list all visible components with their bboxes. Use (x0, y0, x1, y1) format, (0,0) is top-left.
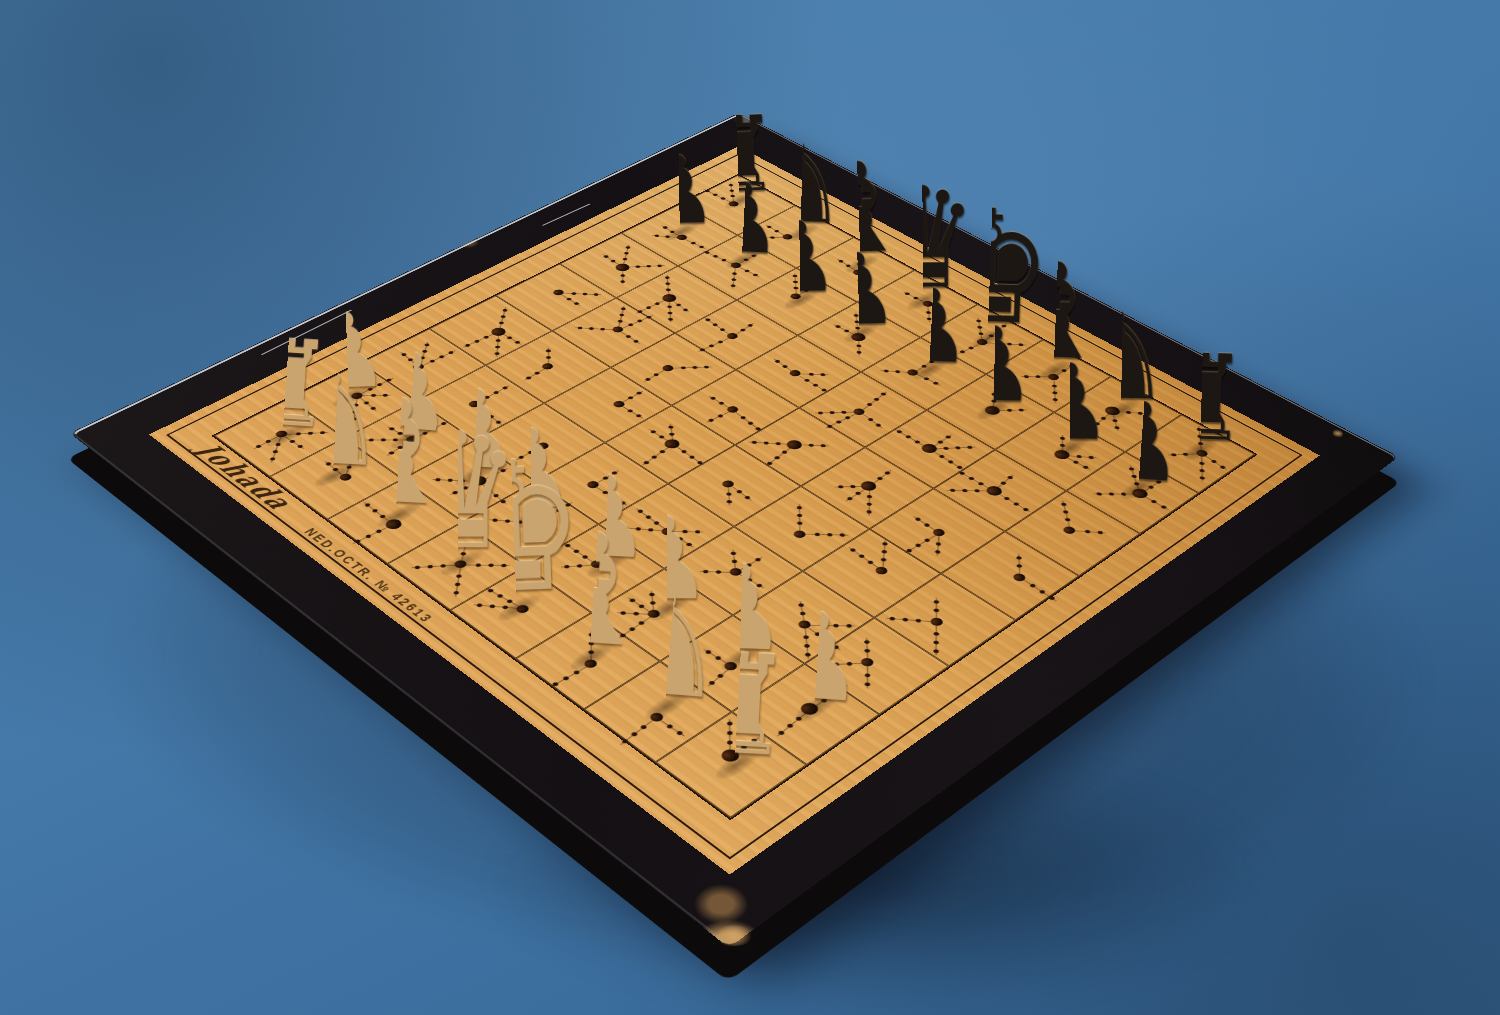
hole-dot (752, 441, 757, 444)
hole-pattern-arm (993, 410, 1026, 411)
hole-dot (860, 291, 865, 294)
hole-dot (675, 303, 682, 307)
hole-dot (1006, 409, 1012, 412)
piece-glyph-holder: ♞ (332, 358, 338, 480)
hole-dot (573, 302, 580, 306)
hole-dot (627, 409, 634, 413)
hole-pattern-arm (992, 391, 994, 410)
hole-dot (1007, 342, 1012, 345)
hole-dot (668, 426, 673, 429)
hole-dot (708, 418, 715, 422)
piece-glyph-holder: ♚ (510, 444, 516, 614)
hole-dot (645, 378, 652, 382)
black-pawn-icon: ♟ (1028, 353, 1111, 453)
hole-dot (666, 282, 671, 285)
hole-dot (654, 234, 659, 237)
hole-dot (776, 442, 781, 445)
black-pawn-icon: ♟ (1097, 389, 1188, 496)
piece-glyph-holder: ♜ (735, 639, 742, 770)
hole-dot (525, 376, 532, 380)
hole-dot (636, 265, 641, 268)
hole-dot (976, 319, 981, 322)
hole-dot (578, 326, 583, 329)
piece-glyph-holder: ♟ (741, 174, 746, 264)
hole-dot (829, 411, 834, 414)
hole-dot (895, 370, 900, 373)
hole-dot (793, 281, 798, 284)
board-tilt-wrapper: Johada NED.OCTR. № 42613 ♜♞♝♛♚♝♞♜♟♟♟♟♟♟♟… (0, 0, 1500, 1015)
hole-dot (635, 414, 642, 418)
piece-glyph-holder: ♟ (799, 212, 800, 304)
chess-board: Johada NED.OCTR. № 42613 ♜♞♝♛♚♝♞♜♟♟♟♟♟♟♟… (70, 113, 1399, 948)
piece-glyph-holder: ♟ (813, 602, 821, 714)
piece-glyph-holder: ♟ (679, 147, 680, 235)
hole-dot (618, 320, 623, 323)
hole-dot (1018, 409, 1024, 412)
hole-dot (546, 356, 551, 359)
hole-dot (978, 332, 983, 335)
hole-dot (495, 352, 500, 355)
hole-dot (996, 342, 1001, 345)
hole-dot (712, 323, 719, 327)
hole-dot (739, 328, 746, 332)
hole-dot (991, 400, 996, 403)
hole-dot (646, 306, 653, 310)
hole-dot (809, 444, 814, 447)
hole-dot (943, 447, 949, 450)
hole-dot (731, 284, 736, 287)
hole-dot (937, 440, 944, 444)
hole-dot (793, 287, 798, 290)
hole-dot (1019, 343, 1024, 346)
hole-dot (857, 351, 862, 354)
hole-dot (546, 350, 551, 353)
hole-dot (857, 279, 862, 282)
hole-dot (764, 441, 769, 444)
hole-dot (859, 285, 864, 288)
piece-glyph-holder: ♜ (1200, 342, 1203, 454)
hole-dot (977, 326, 982, 329)
piece-glyph-holder: ♟ (1138, 392, 1145, 493)
hole-dot (883, 369, 888, 372)
hole-dot (867, 417, 874, 421)
piece-glyph-holder: ♞ (664, 577, 675, 713)
piece-glyph-holder: ♝ (589, 519, 598, 663)
hole-dot (841, 411, 846, 414)
hole-dot (945, 435, 952, 439)
hole-dot (967, 445, 973, 448)
hole-dot (955, 446, 961, 449)
hole-pattern-arm (548, 348, 549, 367)
hole-dot (792, 275, 797, 278)
hole-dot (708, 344, 715, 348)
board-frame: Johada NED.OCTR. № 42613 ♜♞♝♛♚♝♞♜♟♟♟♟♟♟♟… (70, 113, 1399, 948)
hole-dot (817, 411, 822, 414)
piece-glyph-holder: ♟ (1069, 354, 1070, 453)
hole-dot (582, 293, 587, 296)
hole-dot (506, 336, 513, 340)
photo-background: Johada NED.OCTR. № 42613 ♜♞♝♛♚♝♞♜♟♟♟♟♟♟♟… (0, 0, 1500, 1015)
hole-dot (826, 424, 833, 428)
board-field: Johada NED.OCTR. № 42613 ♜♞♝♛♚♝♞♜♟♟♟♟♟♟♟… (149, 146, 1320, 874)
hole-pattern-arm (622, 267, 623, 284)
hole-dot (625, 335, 632, 339)
hole-dot (665, 235, 670, 238)
hole-dot (932, 381, 939, 385)
hole-dot (682, 308, 689, 312)
hole-dot (717, 414, 724, 418)
hole-dot (809, 372, 814, 375)
hole-dot (820, 373, 825, 376)
hole-dot (603, 255, 609, 258)
hole-dot (821, 444, 826, 447)
hole-dot (693, 366, 698, 369)
white-rook-icon: ♜ (681, 637, 797, 774)
hole-dot (991, 393, 996, 396)
